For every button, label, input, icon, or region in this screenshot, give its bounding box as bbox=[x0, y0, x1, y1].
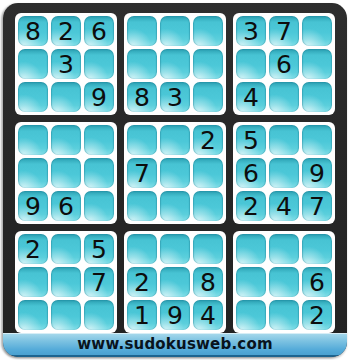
sudoku-cell[interactable] bbox=[127, 125, 157, 155]
sudoku-cell[interactable] bbox=[302, 49, 332, 79]
sudoku-box: 257 bbox=[15, 231, 117, 333]
sudoku-cell[interactable] bbox=[269, 234, 299, 264]
sudoku-cell[interactable]: 6 bbox=[84, 16, 114, 46]
sudoku-cell[interactable]: 2 bbox=[193, 125, 223, 155]
sudoku-cell[interactable]: 3 bbox=[236, 16, 266, 46]
sudoku-cell[interactable] bbox=[51, 125, 81, 155]
sudoku-cell[interactable]: 6 bbox=[51, 191, 81, 221]
sudoku-cell[interactable] bbox=[51, 267, 81, 297]
sudoku-cell[interactable]: 8 bbox=[127, 82, 157, 112]
sudoku-cell[interactable] bbox=[302, 125, 332, 155]
sudoku-widget: 8263983376496275692472572819462 www.sudo… bbox=[3, 3, 347, 357]
sudoku-cell[interactable] bbox=[193, 16, 223, 46]
sudoku-box: 83 bbox=[124, 13, 226, 115]
sudoku-cell[interactable] bbox=[160, 234, 190, 264]
sudoku-box: 96 bbox=[15, 122, 117, 224]
sudoku-cell[interactable]: 1 bbox=[127, 300, 157, 330]
sudoku-cell[interactable] bbox=[84, 125, 114, 155]
footer-bar: www.sudokusweb.com bbox=[3, 333, 347, 357]
sudoku-cell[interactable]: 3 bbox=[51, 49, 81, 79]
sudoku-cell[interactable] bbox=[160, 16, 190, 46]
sudoku-cell[interactable] bbox=[302, 234, 332, 264]
sudoku-cell[interactable] bbox=[51, 234, 81, 264]
sudoku-cell[interactable]: 9 bbox=[84, 82, 114, 112]
sudoku-cell[interactable] bbox=[193, 191, 223, 221]
sudoku-cell[interactable] bbox=[160, 49, 190, 79]
sudoku-cell[interactable] bbox=[269, 82, 299, 112]
sudoku-cell[interactable]: 9 bbox=[18, 191, 48, 221]
sudoku-cell[interactable]: 6 bbox=[269, 49, 299, 79]
sudoku-cell[interactable] bbox=[269, 300, 299, 330]
sudokusweb-link[interactable]: www.sudokusweb.com bbox=[77, 335, 272, 353]
sudoku-cell[interactable] bbox=[127, 234, 157, 264]
sudoku-cell[interactable]: 2 bbox=[236, 191, 266, 221]
sudoku-cell[interactable] bbox=[51, 300, 81, 330]
sudoku-cell[interactable] bbox=[160, 158, 190, 188]
sudoku-cell[interactable] bbox=[236, 300, 266, 330]
sudoku-cell[interactable] bbox=[127, 16, 157, 46]
sudoku-cell[interactable]: 6 bbox=[302, 267, 332, 297]
sudoku-cell[interactable]: 8 bbox=[18, 16, 48, 46]
sudoku-cell[interactable]: 9 bbox=[160, 300, 190, 330]
sudoku-cell[interactable] bbox=[193, 49, 223, 79]
sudoku-box: 28194 bbox=[124, 231, 226, 333]
sudoku-cell[interactable] bbox=[51, 82, 81, 112]
sudoku-cell[interactable] bbox=[18, 158, 48, 188]
sudoku-cell[interactable]: 7 bbox=[127, 158, 157, 188]
sudoku-cell[interactable] bbox=[236, 49, 266, 79]
sudoku-cell[interactable] bbox=[193, 158, 223, 188]
sudoku-box: 3764 bbox=[233, 13, 335, 115]
sudoku-cell[interactable]: 5 bbox=[236, 125, 266, 155]
sudoku-cell[interactable]: 7 bbox=[302, 191, 332, 221]
sudoku-cell[interactable]: 4 bbox=[236, 82, 266, 112]
sudoku-cell[interactable] bbox=[160, 125, 190, 155]
sudoku-cell[interactable] bbox=[160, 191, 190, 221]
sudoku-cell[interactable] bbox=[127, 49, 157, 79]
sudoku-cell[interactable] bbox=[269, 125, 299, 155]
sudoku-cell[interactable] bbox=[160, 267, 190, 297]
sudoku-cell[interactable]: 6 bbox=[236, 158, 266, 188]
sudoku-cell[interactable] bbox=[193, 234, 223, 264]
sudoku-cell[interactable] bbox=[18, 300, 48, 330]
sudoku-cell[interactable]: 2 bbox=[127, 267, 157, 297]
sudoku-cell[interactable] bbox=[18, 49, 48, 79]
sudoku-cell[interactable]: 9 bbox=[302, 158, 332, 188]
sudoku-box: 62 bbox=[233, 231, 335, 333]
sudoku-cell[interactable] bbox=[84, 191, 114, 221]
sudoku-box: 569247 bbox=[233, 122, 335, 224]
sudoku-cell[interactable] bbox=[84, 49, 114, 79]
sudoku-box: 82639 bbox=[15, 13, 117, 115]
sudoku-cell[interactable] bbox=[236, 234, 266, 264]
sudoku-cell[interactable]: 5 bbox=[84, 234, 114, 264]
sudoku-cell[interactable]: 2 bbox=[302, 300, 332, 330]
sudoku-grid: 8263983376496275692472572819462 bbox=[3, 3, 347, 333]
sudoku-cell[interactable] bbox=[18, 125, 48, 155]
sudoku-cell[interactable] bbox=[127, 191, 157, 221]
sudoku-cell[interactable] bbox=[302, 16, 332, 46]
sudoku-cell[interactable] bbox=[236, 267, 266, 297]
sudoku-cell[interactable] bbox=[269, 267, 299, 297]
sudoku-cell[interactable] bbox=[18, 267, 48, 297]
sudoku-cell[interactable]: 3 bbox=[160, 82, 190, 112]
sudoku-cell[interactable] bbox=[302, 82, 332, 112]
sudoku-cell[interactable]: 7 bbox=[84, 267, 114, 297]
sudoku-cell[interactable] bbox=[18, 82, 48, 112]
sudoku-cell[interactable]: 7 bbox=[269, 16, 299, 46]
sudoku-cell[interactable]: 8 bbox=[193, 267, 223, 297]
sudoku-cell[interactable] bbox=[269, 158, 299, 188]
sudoku-cell[interactable]: 4 bbox=[269, 191, 299, 221]
sudoku-cell[interactable] bbox=[51, 158, 81, 188]
sudoku-cell[interactable]: 4 bbox=[193, 300, 223, 330]
sudoku-cell[interactable]: 2 bbox=[51, 16, 81, 46]
sudoku-cell[interactable] bbox=[193, 82, 223, 112]
sudoku-cell[interactable] bbox=[84, 158, 114, 188]
sudoku-box: 27 bbox=[124, 122, 226, 224]
sudoku-cell[interactable] bbox=[84, 300, 114, 330]
sudoku-cell[interactable]: 2 bbox=[18, 234, 48, 264]
